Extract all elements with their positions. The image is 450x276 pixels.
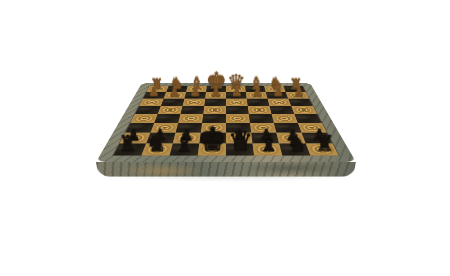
chess-board: ♜♞♝♚♛♝♞♜♟♟♟♟♟♟♟♟♟♟♟♟♟♟♟♟♜♞♝♚♛♝♞♜ [96,83,356,162]
chess-piece-white-pawn[interactable]: ♟ [231,86,243,99]
square[interactable] [247,99,270,106]
board-front-edge [96,162,356,177]
product-photo-scene: ♜♞♝♚♛♝♞♜♟♟♟♟♟♟♟♟♟♟♟♟♟♟♟♟♜♞♝♚♛♝♞♜ [0,0,450,276]
square[interactable]: ♛ [226,143,254,155]
square[interactable]: ♟ [184,92,206,99]
chess-piece-black-king[interactable]: ♚ [197,122,227,155]
square[interactable] [226,99,248,106]
square[interactable]: ♝ [170,143,200,155]
chess-piece-black-knight[interactable]: ♞ [286,132,307,155]
square[interactable]: ♜ [306,143,339,155]
square[interactable]: ♟ [226,92,247,99]
chess-piece-black-bishop[interactable]: ♝ [257,131,279,155]
square[interactable] [203,106,226,114]
square[interactable]: ♟ [286,92,309,99]
square[interactable] [158,106,183,114]
square[interactable]: ♞ [279,143,310,155]
square[interactable] [226,106,249,114]
square[interactable] [249,114,274,123]
square[interactable]: ♟ [164,92,187,99]
square[interactable]: ♟ [205,92,226,99]
chess-piece-black-rook[interactable]: ♜ [118,134,137,155]
chess-piece-black-queen[interactable]: ♛ [227,127,252,155]
chess-piece-white-pawn[interactable]: ♟ [210,86,222,99]
square[interactable] [291,106,317,114]
chess-piece-white-pawn[interactable]: ♟ [148,86,160,99]
chess-piece-white-pawn[interactable]: ♟ [251,86,263,99]
square[interactable] [248,106,272,114]
chess-piece-black-bishop[interactable]: ♝ [173,131,195,155]
board-grid: ♜♞♝♚♛♝♞♜♟♟♟♟♟♟♟♟♟♟♟♟♟♟♟♟♜♞♝♚♛♝♞♜ [113,86,338,156]
square[interactable]: ♚ [198,143,226,155]
chess-piece-white-pawn[interactable]: ♟ [293,86,305,99]
chess-piece-white-pawn[interactable]: ♟ [272,86,284,99]
square[interactable] [288,99,313,106]
square[interactable]: ♞ [141,143,172,155]
square[interactable] [269,106,294,114]
square[interactable] [180,106,204,114]
square[interactable] [183,99,206,106]
square[interactable] [294,114,321,123]
square[interactable] [204,99,226,106]
square[interactable] [226,114,250,123]
square[interactable] [154,114,180,123]
chess-piece-black-rook[interactable]: ♜ [315,134,334,155]
chess-piece-white-pawn[interactable]: ♟ [189,86,201,99]
chess-piece-black-knight[interactable]: ♞ [145,132,166,155]
square[interactable]: ♟ [246,92,268,99]
square[interactable] [272,114,298,123]
square[interactable]: ♟ [266,92,289,99]
square[interactable] [161,99,185,106]
square[interactable] [268,99,292,106]
square[interactable]: ♝ [253,143,283,155]
chess-piece-white-pawn[interactable]: ♟ [168,86,180,99]
